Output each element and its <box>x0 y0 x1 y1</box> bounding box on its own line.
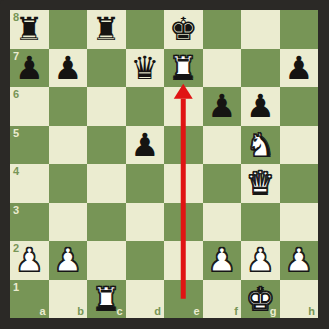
square-h2[interactable]: ♟ <box>280 241 319 280</box>
square-c7[interactable] <box>87 49 126 88</box>
square-d7[interactable]: ♛ <box>126 49 165 88</box>
square-e1[interactable]: e <box>164 280 203 319</box>
rank-label-5: 5 <box>13 128 19 139</box>
square-g3[interactable] <box>241 203 280 242</box>
square-d5[interactable]: ♟ <box>126 126 165 165</box>
piece-white-pawn-b2[interactable]: ♟ <box>53 244 82 276</box>
file-label-f: f <box>234 306 238 317</box>
square-f8[interactable] <box>203 10 242 49</box>
piece-white-rook-c1[interactable]: ♜ <box>92 283 121 315</box>
piece-black-pawn-f6[interactable]: ♟ <box>207 90 236 122</box>
square-b3[interactable] <box>49 203 88 242</box>
square-c4[interactable] <box>87 164 126 203</box>
piece-black-rook-c8[interactable]: ♜ <box>92 13 121 45</box>
square-g4[interactable]: ♛ <box>241 164 280 203</box>
square-e5[interactable] <box>164 126 203 165</box>
square-g1[interactable]: g♚ <box>241 280 280 319</box>
square-a7[interactable]: 7♟ <box>10 49 49 88</box>
file-label-e: e <box>193 306 199 317</box>
square-a1[interactable]: 1a <box>10 280 49 319</box>
piece-white-pawn-g2[interactable]: ♟ <box>246 244 275 276</box>
square-h4[interactable] <box>280 164 319 203</box>
piece-black-king-e8[interactable]: ♚ <box>169 13 198 45</box>
square-g5[interactable]: ♞ <box>241 126 280 165</box>
piece-white-king-g1[interactable]: ♚ <box>246 283 275 315</box>
square-f6[interactable]: ♟ <box>203 87 242 126</box>
square-c1[interactable]: c♜ <box>87 280 126 319</box>
square-d3[interactable] <box>126 203 165 242</box>
square-h1[interactable]: h <box>280 280 319 319</box>
piece-black-pawn-a7[interactable]: ♟ <box>15 52 44 84</box>
square-f1[interactable]: f <box>203 280 242 319</box>
file-label-h: h <box>308 306 315 317</box>
square-e6[interactable] <box>164 87 203 126</box>
square-d4[interactable] <box>126 164 165 203</box>
rank-label-6: 6 <box>13 89 19 100</box>
square-a2[interactable]: 2♟ <box>10 241 49 280</box>
square-g7[interactable] <box>241 49 280 88</box>
rank-label-3: 3 <box>13 205 19 216</box>
rank-label-1: 1 <box>13 282 19 293</box>
piece-white-pawn-a2[interactable]: ♟ <box>15 244 44 276</box>
square-g8[interactable] <box>241 10 280 49</box>
square-d1[interactable]: d <box>126 280 165 319</box>
square-d2[interactable] <box>126 241 165 280</box>
piece-white-rook-e7[interactable]: ♜ <box>169 52 198 84</box>
square-f3[interactable] <box>203 203 242 242</box>
square-e7[interactable]: ♜ <box>164 49 203 88</box>
square-e8[interactable]: ♚ <box>164 10 203 49</box>
square-h3[interactable] <box>280 203 319 242</box>
square-f5[interactable] <box>203 126 242 165</box>
square-a3[interactable]: 3 <box>10 203 49 242</box>
piece-black-pawn-d5[interactable]: ♟ <box>130 129 159 161</box>
square-e2[interactable] <box>164 241 203 280</box>
square-g6[interactable]: ♟ <box>241 87 280 126</box>
square-f2[interactable]: ♟ <box>203 241 242 280</box>
piece-black-pawn-g6[interactable]: ♟ <box>246 90 275 122</box>
piece-white-knight-g5[interactable]: ♞ <box>246 129 275 161</box>
board-frame: 8♜♜♚7♟♟♛♜♟6♟♟5♟♞4♛32♟♟♟♟♟1abc♜defg♚h <box>0 0 329 329</box>
square-e4[interactable] <box>164 164 203 203</box>
square-h6[interactable] <box>280 87 319 126</box>
file-label-a: a <box>39 306 45 317</box>
square-h7[interactable]: ♟ <box>280 49 319 88</box>
square-d8[interactable] <box>126 10 165 49</box>
square-a4[interactable]: 4 <box>10 164 49 203</box>
square-b4[interactable] <box>49 164 88 203</box>
file-label-b: b <box>77 306 84 317</box>
square-b2[interactable]: ♟ <box>49 241 88 280</box>
square-a6[interactable]: 6 <box>10 87 49 126</box>
square-b6[interactable] <box>49 87 88 126</box>
square-c3[interactable] <box>87 203 126 242</box>
piece-white-pawn-h2[interactable]: ♟ <box>284 244 313 276</box>
square-e3[interactable] <box>164 203 203 242</box>
square-h5[interactable] <box>280 126 319 165</box>
square-a5[interactable]: 5 <box>10 126 49 165</box>
square-f4[interactable] <box>203 164 242 203</box>
square-h8[interactable] <box>280 10 319 49</box>
square-b1[interactable]: b <box>49 280 88 319</box>
chess-board: 8♜♜♚7♟♟♛♜♟6♟♟5♟♞4♛32♟♟♟♟♟1abc♜defg♚h <box>10 10 318 318</box>
square-c2[interactable] <box>87 241 126 280</box>
piece-black-rook-a8[interactable]: ♜ <box>15 13 44 45</box>
piece-black-pawn-h7[interactable]: ♟ <box>284 52 313 84</box>
square-a8[interactable]: 8♜ <box>10 10 49 49</box>
square-c6[interactable] <box>87 87 126 126</box>
square-c8[interactable]: ♜ <box>87 10 126 49</box>
square-g2[interactable]: ♟ <box>241 241 280 280</box>
square-d6[interactable] <box>126 87 165 126</box>
piece-white-queen-g4[interactable]: ♛ <box>246 167 275 199</box>
square-c5[interactable] <box>87 126 126 165</box>
piece-black-queen-d7[interactable]: ♛ <box>130 52 159 84</box>
rank-label-4: 4 <box>13 166 19 177</box>
piece-white-pawn-f2[interactable]: ♟ <box>207 244 236 276</box>
square-b5[interactable] <box>49 126 88 165</box>
file-label-d: d <box>154 306 161 317</box>
square-b8[interactable] <box>49 10 88 49</box>
square-b7[interactable]: ♟ <box>49 49 88 88</box>
square-f7[interactable] <box>203 49 242 88</box>
piece-black-pawn-b7[interactable]: ♟ <box>53 52 82 84</box>
